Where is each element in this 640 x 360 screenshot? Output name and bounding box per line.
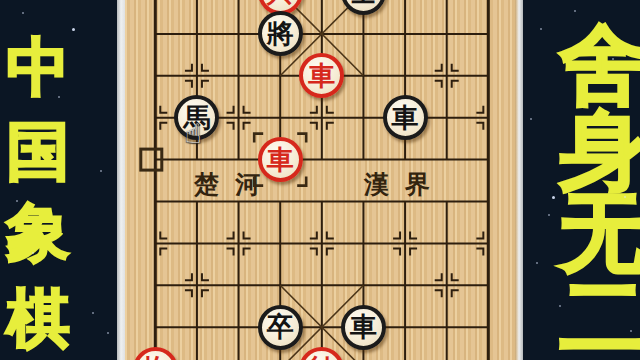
piece-character: 兵 — [267, 0, 294, 5]
left-banner-char: 国 — [7, 120, 70, 183]
piece-character: 車 — [392, 104, 419, 131]
star-dot — [536, 262, 538, 264]
star-dot — [107, 332, 109, 334]
red-chariot-piece[interactable]: 車 — [258, 137, 303, 182]
piece-character: 帥 — [308, 355, 335, 360]
piece-character: 將 — [267, 20, 294, 47]
black-soldier-piece[interactable]: 卒 — [258, 305, 303, 350]
piece-character: 士 — [350, 0, 377, 5]
star-dot — [612, 58, 614, 60]
star-dot — [540, 28, 542, 30]
black-chariot-piece[interactable]: 車 — [383, 95, 428, 140]
right-banner-char: 舍 — [560, 22, 640, 108]
river-label-han: 漢界 — [364, 168, 446, 201]
right-banner-char: 二 — [560, 273, 640, 359]
piece-character: 車 — [308, 62, 335, 89]
screenshot-root: { "game": "xiangqi (Chinese Chess)", "ba… — [0, 0, 640, 360]
star-dot — [548, 214, 550, 216]
star-dot — [92, 312, 94, 314]
star-dot — [32, 252, 34, 254]
left-banner-char: 棋 — [7, 287, 70, 350]
black-general-piece[interactable]: 將 — [258, 11, 303, 56]
piece-character: 炮 — [142, 355, 169, 360]
hand-cursor-icon: ☝︎ — [185, 120, 201, 147]
left-banner-char: 中 — [7, 36, 70, 99]
star-dot — [58, 96, 60, 98]
stage: 中国象棋 楚河 漢界 兵士將車馬車車卒車炮帥 舍身无二 ☝︎ — [0, 0, 640, 360]
piece-character: 車 — [267, 146, 294, 173]
star-dot — [16, 200, 18, 202]
star-dot — [574, 10, 576, 12]
star-dot — [22, 12, 24, 14]
star-dot — [624, 196, 626, 198]
left-banner-char: 象 — [7, 201, 70, 264]
star-dot — [100, 170, 102, 172]
black-chariot-piece[interactable]: 車 — [341, 305, 386, 350]
piece-character: 卒 — [267, 313, 294, 340]
star-dot — [530, 118, 532, 120]
star-dot — [630, 330, 632, 332]
star-dot — [559, 305, 561, 307]
right-banner-char: 身 — [560, 107, 640, 193]
star-dot — [552, 196, 555, 199]
right-banner-char: 无 — [560, 189, 640, 275]
star-dot — [72, 28, 75, 31]
piece-character: 車 — [350, 313, 377, 340]
